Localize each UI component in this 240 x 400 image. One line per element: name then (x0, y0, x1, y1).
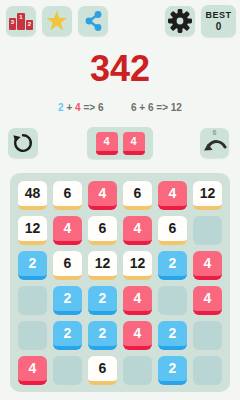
grid-cell-r5c5[interactable]: 2 (158, 321, 187, 350)
grid-cell-r3c1[interactable]: 2 (18, 251, 47, 280)
podium-bar-2: 2 (26, 20, 33, 30)
hint-operand-2: 2 (58, 102, 64, 113)
grid-cell-r2c5[interactable]: 6 (158, 216, 187, 245)
grid-cell-r6c5[interactable]: 2 (158, 356, 187, 385)
best-value: 0 (216, 21, 222, 32)
grid-cell-r1c3[interactable]: 4 (88, 181, 117, 210)
hint-result: 6 (98, 102, 104, 113)
restart-button[interactable] (8, 128, 38, 158)
grid-cell-r5c6[interactable] (193, 321, 222, 350)
grid-cell-r6c1[interactable]: 4 (18, 356, 47, 385)
grid-cell-r6c4[interactable] (123, 356, 152, 385)
next-tile-2: 4 (123, 132, 145, 155)
leaderboard-podium-icon: 3 1 2 (9, 12, 33, 30)
share-icon (84, 10, 103, 32)
undo-arrow-icon (203, 137, 227, 155)
grid-cell-r3c5[interactable]: 2 (158, 251, 187, 280)
grid-cell-r3c2[interactable]: 6 (53, 251, 82, 280)
grid-cell-r3c6[interactable]: 4 (193, 251, 222, 280)
current-score: 342 (0, 48, 240, 90)
hint-plus: + (66, 102, 72, 113)
podium-bar-3: 3 (9, 18, 16, 30)
grid-cell-r6c6[interactable] (193, 356, 222, 385)
hint-operand-4: 4 (75, 102, 81, 113)
settings-button[interactable] (165, 6, 195, 36)
rate-button[interactable]: ★ (42, 6, 72, 36)
grid-cell-r5c3[interactable]: 2 (88, 321, 117, 350)
grid-cell-r4c5[interactable] (158, 286, 187, 315)
grid-cell-r5c2[interactable]: 2 (53, 321, 82, 350)
grid-cell-r4c4[interactable]: 4 (123, 286, 152, 315)
grid-cell-r1c4[interactable]: 6 (123, 181, 152, 210)
podium-bar-1: 1 (17, 13, 25, 30)
grid-cell-r4c1[interactable] (18, 286, 47, 315)
grid-cell-r1c6[interactable]: 12 (193, 181, 222, 210)
grid-cell-r4c3[interactable]: 2 (88, 286, 117, 315)
grid-cell-r6c2[interactable] (53, 356, 82, 385)
undo-count: 6 (200, 129, 229, 136)
grid-cell-r4c6[interactable]: 4 (193, 286, 222, 315)
best-score-box: BEST 0 (201, 5, 236, 37)
game-screen: 3 1 2 ★ BEST 0 (0, 0, 240, 400)
gear-icon (167, 8, 193, 34)
hint-second: 6 + 6 => 12 (131, 102, 182, 113)
undo-button[interactable]: 6 (200, 128, 229, 158)
star-icon: ★ (45, 8, 69, 35)
grid-cell-r4c2[interactable]: 2 (53, 286, 82, 315)
share-button[interactable] (78, 6, 108, 36)
grid-cell-r2c2[interactable]: 4 (53, 216, 82, 245)
leaderboard-button[interactable]: 3 1 2 (6, 6, 36, 36)
board-grid: 486464121246462612122422442242462 (18, 181, 222, 385)
best-label: BEST (205, 10, 231, 20)
grid-cell-r2c6[interactable] (193, 216, 222, 245)
grid-cell-r2c4[interactable]: 4 (123, 216, 152, 245)
merge-hints: 2 + 4 => 6 6 + 6 => 12 (0, 102, 240, 113)
next-tiles: 44 (87, 127, 153, 159)
game-board: 486464121246462612122422442242462 (10, 173, 230, 392)
next-tile-1: 4 (96, 132, 118, 155)
grid-cell-r1c5[interactable]: 4 (158, 181, 187, 210)
restart-icon (12, 132, 34, 154)
grid-cell-r5c1[interactable] (18, 321, 47, 350)
grid-cell-r2c3[interactable]: 6 (88, 216, 117, 245)
grid-cell-r5c4[interactable]: 4 (123, 321, 152, 350)
grid-cell-r1c2[interactable]: 6 (53, 181, 82, 210)
grid-cell-r2c1[interactable]: 12 (18, 216, 47, 245)
grid-cell-r3c3[interactable]: 12 (88, 251, 117, 280)
grid-cell-r1c1[interactable]: 48 (18, 181, 47, 210)
grid-cell-r6c3[interactable]: 6 (88, 356, 117, 385)
hint-arrow: => (83, 102, 95, 113)
grid-cell-r3c4[interactable]: 12 (123, 251, 152, 280)
